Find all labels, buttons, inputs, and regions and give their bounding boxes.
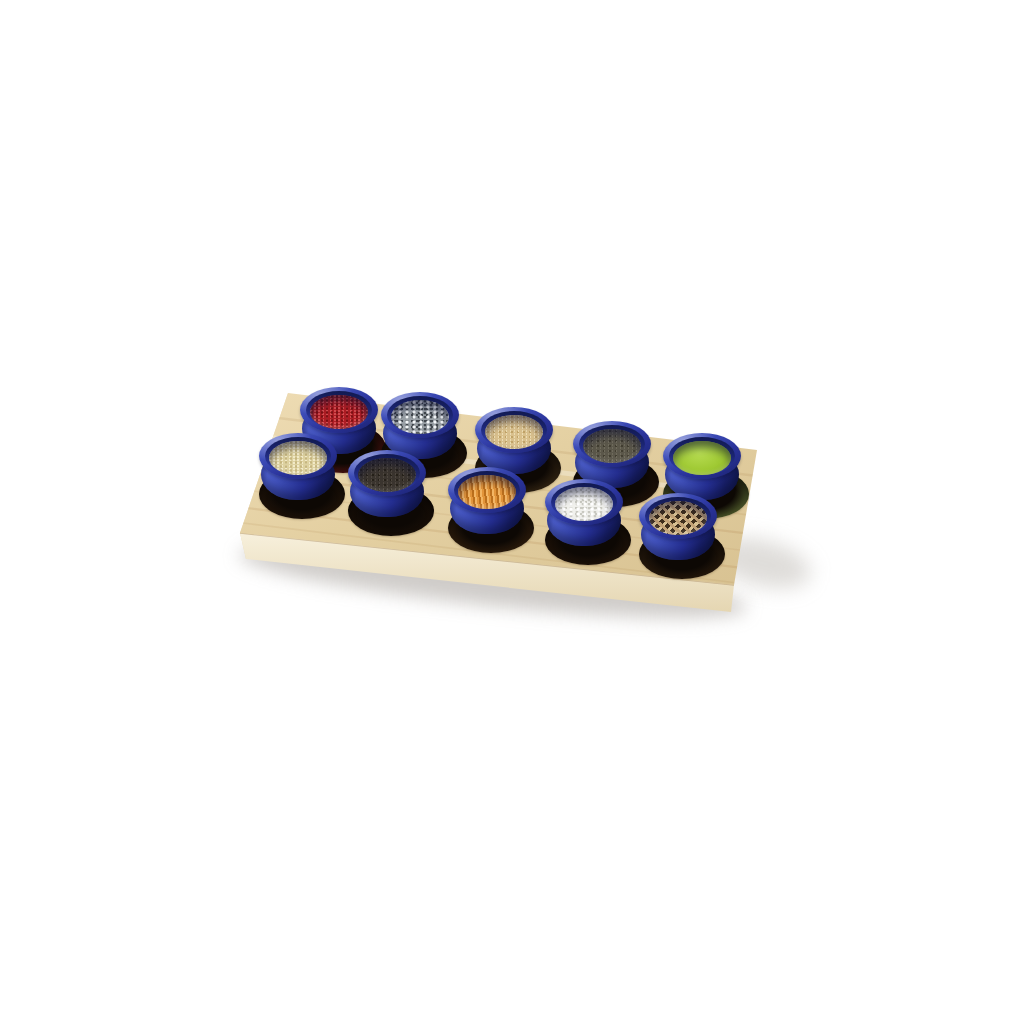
texture-green-felt — [673, 441, 731, 475]
texture-burlap-weave — [649, 501, 707, 535]
texture-grey-grit — [583, 429, 641, 463]
texture-sand-grit — [485, 415, 543, 449]
texture-silver-glitter — [391, 400, 449, 434]
texture-red-bumps — [310, 395, 368, 429]
texture-black-grit — [358, 458, 416, 492]
cup-black-grit[interactable] — [348, 450, 426, 520]
texture-cream-foam — [269, 441, 327, 475]
cup-white-fleece[interactable] — [545, 479, 623, 549]
cup-orange-corduroy[interactable] — [448, 467, 526, 537]
texture-white-fleece — [555, 487, 613, 521]
cup-cream-foam[interactable] — [259, 433, 337, 503]
cup-burlap-weave[interactable] — [639, 493, 717, 563]
texture-orange-corduroy — [458, 475, 516, 509]
product-photo-scene — [0, 0, 1024, 1024]
